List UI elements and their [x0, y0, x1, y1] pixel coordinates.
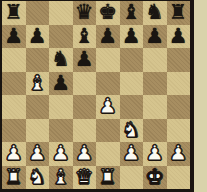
black-pawn-icon[interactable]: ♟ — [145, 25, 164, 49]
white-pawn-icon[interactable]: ♟ — [4, 142, 23, 166]
white-bishop-icon[interactable]: ♝ — [28, 72, 47, 96]
white-queen-icon[interactable]: ♛ — [75, 166, 94, 190]
square-e5[interactable] — [96, 72, 120, 96]
square-b7[interactable]: ♟ — [26, 25, 50, 49]
square-b5[interactable]: ♝ — [26, 72, 50, 96]
square-f4[interactable] — [120, 95, 144, 119]
square-e6[interactable] — [96, 48, 120, 72]
square-c6[interactable]: ♞ — [49, 48, 73, 72]
square-b1[interactable]: ♞ — [26, 166, 50, 190]
square-c1[interactable]: ♝ — [49, 166, 73, 190]
white-rook-icon[interactable]: ♜ — [98, 166, 117, 190]
square-h5[interactable] — [167, 72, 191, 96]
square-d1[interactable]: ♛ — [73, 166, 97, 190]
square-f3[interactable]: ♞ — [120, 119, 144, 143]
black-pawn-icon[interactable]: ♟ — [51, 72, 70, 96]
white-pawn-icon[interactable]: ♟ — [145, 142, 164, 166]
white-rook-icon[interactable]: ♜ — [4, 166, 23, 190]
chess-app-window: ♜♛♚♝♞♜♟♟♝♟♟♟♟♞♟♝♟♟♞♟♟♟♟♟♟♟♜♞♝♛♜♚ — [0, 0, 207, 192]
black-rook-icon[interactable]: ♜ — [4, 1, 23, 25]
square-c4[interactable] — [49, 95, 73, 119]
black-bishop-icon[interactable]: ♝ — [122, 1, 141, 25]
square-e1[interactable]: ♜ — [96, 166, 120, 190]
square-g5[interactable] — [143, 72, 167, 96]
white-pawn-icon[interactable]: ♟ — [122, 142, 141, 166]
square-c3[interactable] — [49, 119, 73, 143]
square-g2[interactable]: ♟ — [143, 142, 167, 166]
square-b6[interactable] — [26, 48, 50, 72]
black-pawn-icon[interactable]: ♟ — [75, 48, 94, 72]
square-a5[interactable] — [2, 72, 26, 96]
square-d5[interactable] — [73, 72, 97, 96]
white-knight-icon[interactable]: ♞ — [122, 119, 141, 143]
white-king-icon[interactable]: ♚ — [145, 166, 164, 190]
square-f2[interactable]: ♟ — [120, 142, 144, 166]
square-f7[interactable]: ♟ — [120, 25, 144, 49]
square-g8[interactable]: ♞ — [143, 1, 167, 25]
square-h3[interactable] — [167, 119, 191, 143]
white-pawn-icon[interactable]: ♟ — [169, 142, 188, 166]
square-c7[interactable] — [49, 25, 73, 49]
black-pawn-icon[interactable]: ♟ — [169, 25, 188, 49]
black-knight-icon[interactable]: ♞ — [51, 48, 70, 72]
square-g1[interactable]: ♚ — [143, 166, 167, 190]
square-g7[interactable]: ♟ — [143, 25, 167, 49]
chess-board: ♜♛♚♝♞♜♟♟♝♟♟♟♟♞♟♝♟♟♞♟♟♟♟♟♟♟♜♞♝♛♜♚ — [0, 0, 194, 192]
square-g4[interactable] — [143, 95, 167, 119]
square-b2[interactable]: ♟ — [26, 142, 50, 166]
square-e2[interactable] — [96, 142, 120, 166]
square-d2[interactable]: ♟ — [73, 142, 97, 166]
black-pawn-icon[interactable]: ♟ — [98, 25, 117, 49]
white-pawn-icon[interactable]: ♟ — [98, 95, 117, 119]
square-a2[interactable]: ♟ — [2, 142, 26, 166]
black-pawn-icon[interactable]: ♟ — [28, 25, 47, 49]
square-h6[interactable] — [167, 48, 191, 72]
square-h4[interactable] — [167, 95, 191, 119]
square-f8[interactable]: ♝ — [120, 1, 144, 25]
square-d8[interactable]: ♛ — [73, 1, 97, 25]
white-bishop-icon[interactable]: ♝ — [51, 166, 70, 190]
square-d3[interactable] — [73, 119, 97, 143]
square-c5[interactable]: ♟ — [49, 72, 73, 96]
white-pawn-icon[interactable]: ♟ — [28, 142, 47, 166]
square-c2[interactable]: ♟ — [49, 142, 73, 166]
square-f5[interactable] — [120, 72, 144, 96]
square-b3[interactable] — [26, 119, 50, 143]
square-a3[interactable] — [2, 119, 26, 143]
square-d6[interactable]: ♟ — [73, 48, 97, 72]
white-pawn-icon[interactable]: ♟ — [75, 142, 94, 166]
square-f6[interactable] — [120, 48, 144, 72]
square-h2[interactable]: ♟ — [167, 142, 191, 166]
square-b4[interactable] — [26, 95, 50, 119]
square-h1[interactable] — [167, 166, 191, 190]
square-e7[interactable]: ♟ — [96, 25, 120, 49]
square-e3[interactable] — [96, 119, 120, 143]
square-a8[interactable]: ♜ — [2, 1, 26, 25]
square-b8[interactable] — [26, 1, 50, 25]
square-h7[interactable]: ♟ — [167, 25, 191, 49]
square-d7[interactable]: ♝ — [73, 25, 97, 49]
square-h8[interactable]: ♜ — [167, 1, 191, 25]
black-king-icon[interactable]: ♚ — [98, 1, 117, 25]
square-c8[interactable] — [49, 1, 73, 25]
square-a6[interactable] — [2, 48, 26, 72]
black-knight-icon[interactable]: ♞ — [145, 1, 164, 25]
square-e8[interactable]: ♚ — [96, 1, 120, 25]
white-knight-icon[interactable]: ♞ — [28, 166, 47, 190]
square-d4[interactable] — [73, 95, 97, 119]
black-pawn-icon[interactable]: ♟ — [4, 25, 23, 49]
black-pawn-icon[interactable]: ♟ — [122, 25, 141, 49]
white-pawn-icon[interactable]: ♟ — [51, 142, 70, 166]
black-rook-icon[interactable]: ♜ — [169, 1, 188, 25]
black-bishop-icon[interactable]: ♝ — [75, 25, 94, 49]
square-f1[interactable] — [120, 166, 144, 190]
black-queen-icon[interactable]: ♛ — [75, 1, 94, 25]
square-e4[interactable]: ♟ — [96, 95, 120, 119]
square-a1[interactable]: ♜ — [2, 166, 26, 190]
square-g3[interactable] — [143, 119, 167, 143]
window-background — [194, 0, 207, 192]
square-g6[interactable] — [143, 48, 167, 72]
square-a7[interactable]: ♟ — [2, 25, 26, 49]
square-a4[interactable] — [2, 95, 26, 119]
